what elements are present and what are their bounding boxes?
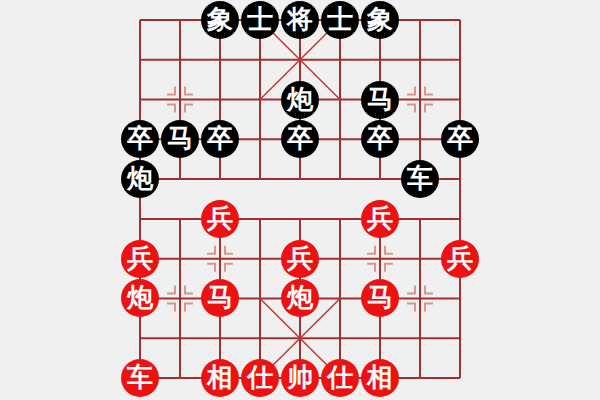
piece-red-soldier[interactable]: 兵: [361, 200, 399, 238]
piece-black-cannon[interactable]: 炮: [281, 81, 319, 119]
piece-black-cannon[interactable]: 炮: [121, 160, 159, 198]
piece-red-general[interactable]: 帅: [281, 359, 319, 397]
piece-black-advisor[interactable]: 士: [321, 1, 359, 39]
piece-red-advisor[interactable]: 仕: [241, 359, 279, 397]
piece-red-cannon[interactable]: 炮: [281, 279, 319, 317]
xiangqi-app: 象士将士象炮马卒马卒卒卒卒炮车兵兵兵兵兵炮马炮马车相仕帅仕相: [0, 0, 600, 400]
piece-black-advisor[interactable]: 士: [241, 1, 279, 39]
piece-black-soldier[interactable]: 卒: [281, 120, 319, 158]
piece-black-horse[interactable]: 马: [161, 120, 199, 158]
piece-red-advisor[interactable]: 仕: [321, 359, 359, 397]
piece-black-soldier[interactable]: 卒: [441, 120, 479, 158]
piece-red-elephant[interactable]: 相: [201, 359, 239, 397]
piece-red-soldier[interactable]: 兵: [201, 200, 239, 238]
piece-red-soldier[interactable]: 兵: [281, 240, 319, 278]
piece-red-elephant[interactable]: 相: [361, 359, 399, 397]
pieces-layer: 象士将士象炮马卒马卒卒卒卒炮车兵兵兵兵兵炮马炮马车相仕帅仕相: [0, 0, 600, 400]
piece-red-cannon[interactable]: 炮: [121, 279, 159, 317]
piece-red-soldier[interactable]: 兵: [121, 240, 159, 278]
piece-red-horse[interactable]: 马: [201, 279, 239, 317]
piece-red-soldier[interactable]: 兵: [441, 240, 479, 278]
piece-black-chariot[interactable]: 车: [401, 160, 439, 198]
piece-black-general[interactable]: 将: [281, 1, 319, 39]
piece-black-soldier[interactable]: 卒: [121, 120, 159, 158]
piece-black-soldier[interactable]: 卒: [361, 120, 399, 158]
xiangqi-board[interactable]: 象士将士象炮马卒马卒卒卒卒炮车兵兵兵兵兵炮马炮马车相仕帅仕相: [0, 0, 600, 400]
piece-black-elephant[interactable]: 象: [201, 1, 239, 39]
piece-black-horse[interactable]: 马: [361, 81, 399, 119]
piece-red-chariot[interactable]: 车: [121, 359, 159, 397]
piece-black-elephant[interactable]: 象: [361, 1, 399, 39]
piece-black-soldier[interactable]: 卒: [201, 120, 239, 158]
piece-red-horse[interactable]: 马: [361, 279, 399, 317]
